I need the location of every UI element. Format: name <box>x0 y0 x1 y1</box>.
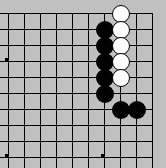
grid-hline-row-8 <box>0 125 153 126</box>
grid-hline-row-5 <box>0 77 153 78</box>
white-stone-R18[interactable] <box>112 21 130 39</box>
star-point-Q10 <box>101 154 105 158</box>
black-stone-S13[interactable] <box>128 101 146 119</box>
black-stone-Q15[interactable] <box>96 69 114 87</box>
grid-hline-row-4 <box>0 61 153 62</box>
white-stone-R19[interactable] <box>112 5 130 23</box>
grid-hline-row-2 <box>0 29 153 30</box>
star-point-K10 <box>5 154 9 158</box>
go-board[interactable] <box>0 0 166 168</box>
grid-hline-row-10 <box>0 157 153 158</box>
grid-vline-col-11 <box>24 13 25 168</box>
black-stone-R13[interactable] <box>112 101 130 119</box>
grid-vline-col-15 <box>88 13 89 168</box>
grid-vline-col-13 <box>56 13 57 168</box>
grid-hline-row-9 <box>0 141 153 142</box>
grid-vline-col-12 <box>40 13 41 168</box>
grid-hline-row-3 <box>0 45 153 46</box>
grid-vline-col-14 <box>72 13 73 168</box>
black-stone-Q16[interactable] <box>96 53 114 71</box>
black-stone-Q14[interactable] <box>96 85 114 103</box>
star-point-K16 <box>5 58 9 62</box>
white-stone-R17[interactable] <box>112 37 130 55</box>
black-stone-Q17[interactable] <box>96 37 114 55</box>
grid-vline-col-10 <box>8 13 9 168</box>
white-stone-R16[interactable] <box>112 53 130 71</box>
black-stone-Q18[interactable] <box>96 21 114 39</box>
grid-hline-row-1 <box>0 13 153 14</box>
grid-vline-col-19 <box>152 13 153 168</box>
grid-vline-col-18 <box>136 13 137 168</box>
white-stone-R15[interactable] <box>112 69 130 87</box>
grid-hline-row-6 <box>0 93 153 94</box>
go-diagram <box>0 0 166 168</box>
